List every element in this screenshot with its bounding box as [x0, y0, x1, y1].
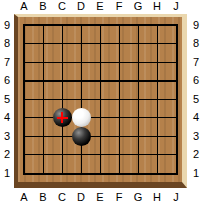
coord-label-right-5: 5 — [189, 93, 203, 106]
coord-label-right-1: 1 — [189, 167, 203, 180]
coord-label-top-F: F — [110, 0, 129, 13]
coord-label-right-7: 7 — [189, 56, 203, 69]
coord-label-right-9: 9 — [189, 19, 203, 32]
last-move-marker-cross — [61, 112, 63, 123]
stone-black-C4[interactable] — [53, 108, 72, 127]
coord-label-right-8: 8 — [189, 37, 203, 50]
coord-label-bottom-J: J — [167, 191, 186, 204]
coord-label-bottom-H: H — [148, 191, 167, 204]
coord-label-right-4: 4 — [189, 111, 203, 124]
coord-label-right-6: 6 — [189, 74, 203, 87]
go-board-diagram: ABCDEFGHJ ABCDEFGHJ 987654321 987654321 — [0, 0, 203, 206]
coord-label-top-E: E — [91, 0, 110, 13]
coord-label-bottom-F: F — [110, 191, 129, 204]
coord-label-bottom-A: A — [15, 191, 34, 204]
coord-label-top-A: A — [15, 0, 34, 13]
coord-label-bottom-E: E — [91, 191, 110, 204]
coord-label-left-5: 5 — [0, 93, 14, 106]
coord-label-bottom-B: B — [34, 191, 53, 204]
stone-white-D4[interactable] — [72, 108, 91, 127]
coord-label-right-3: 3 — [189, 130, 203, 143]
coord-label-top-D: D — [72, 0, 91, 13]
coord-label-left-3: 3 — [0, 130, 14, 143]
coord-label-bottom-G: G — [129, 191, 148, 204]
coord-label-top-G: G — [129, 0, 148, 13]
coord-label-top-C: C — [53, 0, 72, 13]
coord-label-left-7: 7 — [0, 56, 14, 69]
coord-label-bottom-D: D — [72, 191, 91, 204]
coord-label-left-9: 9 — [0, 19, 14, 32]
coord-label-left-2: 2 — [0, 148, 14, 161]
coord-label-left-8: 8 — [0, 37, 14, 50]
coord-label-left-1: 1 — [0, 167, 14, 180]
coord-label-bottom-C: C — [53, 191, 72, 204]
coord-label-top-H: H — [148, 0, 167, 13]
coord-label-left-4: 4 — [0, 111, 14, 124]
stone-black-D3[interactable] — [72, 127, 91, 146]
board-grid-border — [23, 24, 178, 175]
coord-label-top-J: J — [167, 0, 186, 13]
coord-label-top-B: B — [34, 0, 53, 13]
coord-label-right-2: 2 — [189, 148, 203, 161]
coord-label-left-6: 6 — [0, 74, 14, 87]
